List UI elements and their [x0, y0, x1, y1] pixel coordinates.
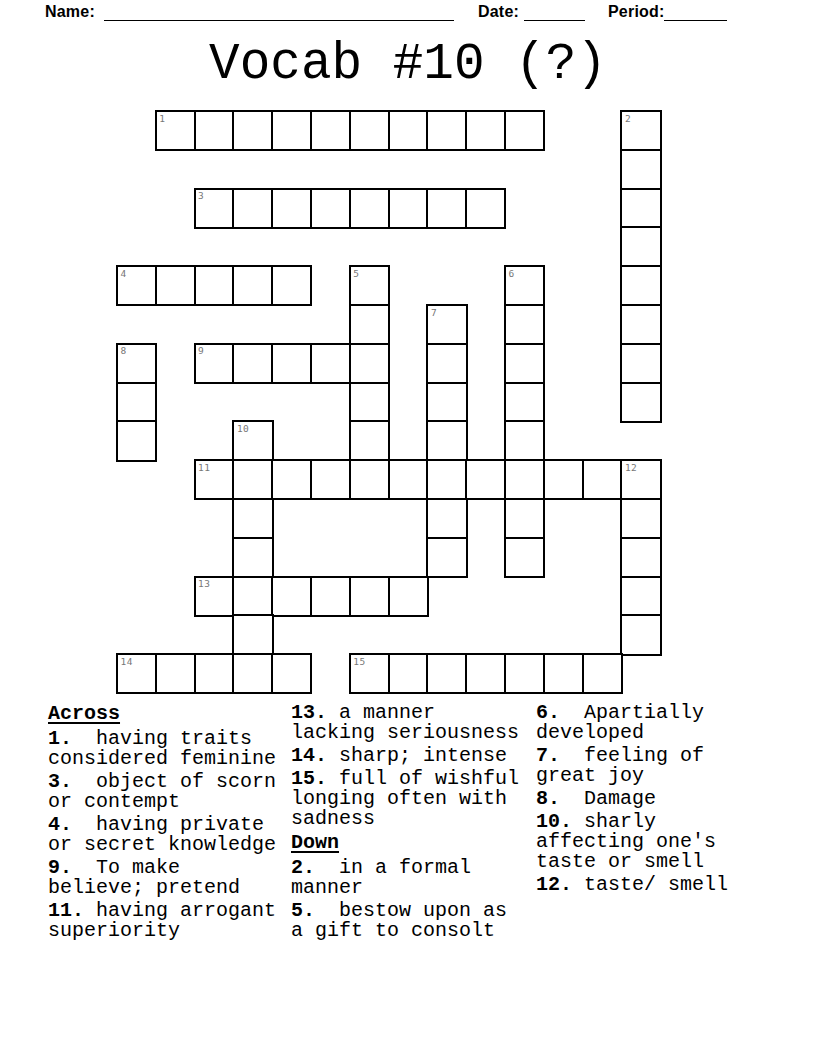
- clue-across-11: 11. having arrogant superiority: [48, 901, 282, 941]
- cell-number-10: 10: [237, 423, 249, 434]
- clue-across-13: 13. a manner lacking seriousness: [291, 703, 525, 743]
- period-label: Period:: [608, 3, 665, 21]
- clue-down-5: 5. bestow upon as a gift to consolt: [291, 901, 525, 941]
- grid-cell-r0c1[interactable]: 1: [155, 110, 196, 151]
- cell-number-5: 5: [353, 268, 359, 279]
- grid-cell-r14c7[interactable]: [388, 653, 429, 694]
- grid-cell-r14c2[interactable]: [194, 653, 235, 694]
- cell-number-13: 13: [198, 578, 210, 589]
- grid-cell-r7c13[interactable]: [620, 382, 661, 423]
- grid-cell-r9c8[interactable]: [426, 459, 467, 500]
- grid-cell-r12c2[interactable]: 13: [194, 576, 235, 617]
- grid-cell-r8c3[interactable]: 10: [232, 420, 273, 461]
- cell-number-9: 9: [198, 345, 204, 356]
- grid-cell-r6c2[interactable]: 9: [194, 343, 235, 384]
- grid-cell-r6c6[interactable]: [349, 343, 390, 384]
- grid-cell-r14c0[interactable]: 14: [116, 653, 157, 694]
- clue-across-14: 14. sharp; intense: [291, 746, 525, 766]
- clue-across-15: 15. full of wishful longing often with s…: [291, 769, 525, 829]
- grid-cell-r4c10[interactable]: 6: [504, 265, 545, 306]
- grid-cell-r4c2[interactable]: [194, 265, 235, 306]
- grid-cell-r5c13[interactable]: [620, 304, 661, 345]
- cell-number-15: 15: [353, 656, 365, 667]
- grid-cell-r10c13[interactable]: [620, 498, 661, 539]
- grid-cell-r6c13[interactable]: [620, 343, 661, 384]
- grid-cell-r9c4[interactable]: [271, 459, 312, 500]
- grid-cell-r0c2[interactable]: [194, 110, 235, 151]
- cell-number-7: 7: [431, 307, 437, 318]
- grid-cell-r2c4[interactable]: [271, 188, 312, 229]
- clues-column-3: 6. Apartially developed 7. feeling of gr…: [536, 703, 770, 898]
- grid-cell-r0c8[interactable]: [426, 110, 467, 151]
- grid-cell-r6c8[interactable]: [426, 343, 467, 384]
- grid-cell-r4c4[interactable]: [271, 265, 312, 306]
- grid-cell-r12c6[interactable]: [349, 576, 390, 617]
- cell-number-1: 1: [159, 113, 165, 124]
- grid-cell-r6c3[interactable]: [232, 343, 273, 384]
- grid-cell-r9c11[interactable]: [543, 459, 584, 500]
- grid-cell-r9c9[interactable]: [465, 459, 506, 500]
- grid-cell-r9c10[interactable]: [504, 459, 545, 500]
- grid-cell-r12c7[interactable]: [388, 576, 429, 617]
- clue-down-8: 8. Damage: [536, 789, 770, 809]
- grid-cell-r0c7[interactable]: [388, 110, 429, 151]
- grid-cell-r6c5[interactable]: [310, 343, 351, 384]
- grid-cell-r14c1[interactable]: [155, 653, 196, 694]
- grid-cell-r9c5[interactable]: [310, 459, 351, 500]
- grid-cell-r2c8[interactable]: [426, 188, 467, 229]
- grid-cell-r11c8[interactable]: [426, 537, 467, 578]
- grid-cell-r7c0[interactable]: [116, 382, 157, 423]
- grid-cell-r2c9[interactable]: [465, 188, 506, 229]
- clue-down-2: 2. in a formal manner: [291, 858, 525, 898]
- grid-cell-r0c13[interactable]: 2: [620, 110, 661, 151]
- grid-cell-r14c8[interactable]: [426, 653, 467, 694]
- name-label: Name:: [45, 3, 95, 21]
- clue-down-10: 10. sharly affecting one's taste or smel…: [536, 812, 770, 872]
- grid-cell-r14c12[interactable]: [582, 653, 623, 694]
- clue-across-4: 4. having private or secret knowledge: [48, 815, 282, 855]
- grid-cell-r10c3[interactable]: [232, 498, 273, 539]
- grid-cell-r0c3[interactable]: [232, 110, 273, 151]
- date-blank-line[interactable]: [524, 20, 585, 21]
- grid-cell-r8c0[interactable]: [116, 420, 157, 461]
- grid-cell-r6c4[interactable]: [271, 343, 312, 384]
- period-blank-line[interactable]: [664, 20, 727, 21]
- grid-cell-r11c10[interactable]: [504, 537, 545, 578]
- clue-down-6: 6. Apartially developed: [536, 703, 770, 743]
- down-heading: Down: [291, 832, 525, 854]
- grid-cell-r13c13[interactable]: [620, 614, 661, 655]
- grid-cell-r3c13[interactable]: [620, 226, 661, 267]
- grid-cell-r12c5[interactable]: [310, 576, 351, 617]
- name-blank-line[interactable]: [104, 20, 454, 21]
- grid-cell-r0c6[interactable]: [349, 110, 390, 151]
- grid-cell-r0c5[interactable]: [310, 110, 351, 151]
- grid-cell-r7c8[interactable]: [426, 382, 467, 423]
- clues-column-2: 13. a manner lacking seriousness 14. sha…: [291, 703, 525, 944]
- grid-cell-r12c4[interactable]: [271, 576, 312, 617]
- grid-cell-r2c6[interactable]: [349, 188, 390, 229]
- grid-cell-r11c3[interactable]: [232, 537, 273, 578]
- clue-down-7: 7. feeling of great joy: [536, 746, 770, 786]
- grid-cell-r0c4[interactable]: [271, 110, 312, 151]
- grid-cell-r8c6[interactable]: [349, 420, 390, 461]
- grid-cell-r5c10[interactable]: [504, 304, 545, 345]
- cell-number-8: 8: [121, 345, 127, 356]
- grid-cell-r9c7[interactable]: [388, 459, 429, 500]
- worksheet-page: Name: Date: Period: Vocab #10 (?) 123456…: [0, 0, 816, 1056]
- clue-down-12: 12. taste/ smell: [536, 875, 770, 895]
- grid-cell-r8c8[interactable]: [426, 420, 467, 461]
- cell-number-6: 6: [509, 268, 515, 279]
- grid-cell-r12c3[interactable]: [232, 576, 273, 617]
- grid-cell-r2c3[interactable]: [232, 188, 273, 229]
- crossword-grid: 123456789101112131415: [116, 110, 661, 694]
- grid-cell-r4c0[interactable]: 4: [116, 265, 157, 306]
- clue-across-9: 9. To make believe; pretend: [48, 858, 282, 898]
- grid-cell-r14c3[interactable]: [232, 653, 273, 694]
- date-label: Date:: [478, 3, 519, 21]
- grid-cell-r1c13[interactable]: [620, 149, 661, 190]
- grid-cell-r2c13[interactable]: [620, 188, 661, 229]
- grid-cell-r4c6[interactable]: 5: [349, 265, 390, 306]
- grid-cell-r12c13[interactable]: [620, 576, 661, 617]
- grid-cell-r14c9[interactable]: [465, 653, 506, 694]
- grid-cell-r2c2[interactable]: 3: [194, 188, 235, 229]
- grid-cell-r8c10[interactable]: [504, 420, 545, 461]
- clues-column-1: Across 1. having traits considered femin…: [48, 703, 282, 944]
- across-heading: Across: [48, 703, 282, 725]
- grid-cell-r4c1[interactable]: [155, 265, 196, 306]
- grid-cell-r4c3[interactable]: [232, 265, 273, 306]
- cell-number-4: 4: [121, 268, 127, 279]
- grid-cell-r9c3[interactable]: [232, 459, 273, 500]
- grid-cell-r11c13[interactable]: [620, 537, 661, 578]
- grid-cell-r13c3[interactable]: [232, 614, 273, 655]
- grid-cell-r9c12[interactable]: [582, 459, 623, 500]
- cell-number-12: 12: [625, 462, 637, 473]
- grid-cell-r4c13[interactable]: [620, 265, 661, 306]
- grid-cell-r0c9[interactable]: [465, 110, 506, 151]
- clue-across-1: 1. having traits considered feminine: [48, 729, 282, 769]
- grid-cell-r2c5[interactable]: [310, 188, 351, 229]
- grid-cell-r2c7[interactable]: [388, 188, 429, 229]
- grid-cell-r9c13[interactable]: 12: [620, 459, 661, 500]
- cell-number-2: 2: [625, 113, 631, 124]
- grid-cell-r6c0[interactable]: 8: [116, 343, 157, 384]
- grid-cell-r9c2[interactable]: 11: [194, 459, 235, 500]
- grid-cell-r14c6[interactable]: 15: [349, 653, 390, 694]
- grid-cell-r10c8[interactable]: [426, 498, 467, 539]
- grid-cell-r6c10[interactable]: [504, 343, 545, 384]
- cell-number-11: 11: [198, 462, 210, 473]
- page-title: Vocab #10 (?): [0, 36, 816, 94]
- grid-cell-r9c6[interactable]: [349, 459, 390, 500]
- grid-cell-r10c10[interactable]: [504, 498, 545, 539]
- grid-cell-r0c10[interactable]: [504, 110, 545, 151]
- clue-across-3: 3. object of scorn or contempt: [48, 772, 282, 812]
- grid-cell-r14c11[interactable]: [543, 653, 584, 694]
- grid-cell-r7c10[interactable]: [504, 382, 545, 423]
- cell-number-14: 14: [121, 656, 133, 667]
- grid-cell-r5c8[interactable]: 7: [426, 304, 467, 345]
- grid-cell-r14c10[interactable]: [504, 653, 545, 694]
- grid-cell-r14c4[interactable]: [271, 653, 312, 694]
- grid-cell-r5c6[interactable]: [349, 304, 390, 345]
- grid-cell-r7c6[interactable]: [349, 382, 390, 423]
- cell-number-3: 3: [198, 190, 204, 201]
